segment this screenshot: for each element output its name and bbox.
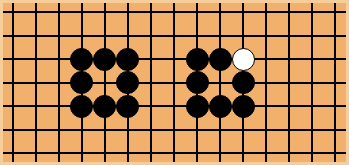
black-stone	[93, 95, 116, 118]
intersection-c4r6[interactable]	[70, 118, 93, 142]
intersection-c8r1[interactable]	[163, 3, 186, 24]
black-stone	[116, 95, 139, 118]
intersection-c3r1[interactable]	[47, 3, 70, 24]
white-stone	[232, 48, 255, 71]
intersection-c10r2[interactable]	[209, 24, 232, 48]
black-stone	[232, 95, 255, 118]
intersection-c1r6[interactable]	[3, 118, 24, 142]
intersection-c7r6[interactable]	[139, 118, 162, 142]
intersection-c6r3[interactable]	[116, 47, 139, 71]
black-stone	[70, 95, 93, 118]
intersection-c3r3[interactable]	[47, 47, 70, 71]
intersection-c1r3[interactable]	[3, 47, 24, 71]
intersection-c3r5[interactable]	[47, 94, 70, 118]
intersection-c10r3[interactable]	[209, 47, 232, 71]
intersection-c13r1[interactable]	[278, 3, 301, 24]
intersection-c11r1[interactable]	[232, 3, 255, 24]
intersection-c7r5[interactable]	[139, 94, 162, 118]
black-stone	[186, 71, 209, 94]
black-stone	[116, 71, 139, 94]
intersection-c12r6[interactable]	[255, 118, 278, 142]
intersection-c13r3[interactable]	[278, 47, 301, 71]
intersection-c5r1[interactable]	[93, 3, 116, 24]
intersection-c15r4[interactable]	[324, 71, 346, 95]
intersection-c13r6[interactable]	[278, 118, 301, 142]
intersection-c9r4[interactable]	[186, 71, 209, 95]
intersection-c9r6[interactable]	[186, 118, 209, 142]
intersection-c6r5[interactable]	[116, 94, 139, 118]
intersection-c15r2[interactable]	[324, 24, 346, 48]
intersection-c2r1[interactable]	[24, 3, 47, 24]
intersection-c2r7[interactable]	[24, 141, 47, 162]
intersection-c15r3[interactable]	[324, 47, 346, 71]
intersection-c10r5[interactable]	[209, 94, 232, 118]
intersection-c13r4[interactable]	[278, 71, 301, 95]
intersection-c8r6[interactable]	[163, 118, 186, 142]
intersection-c5r6[interactable]	[93, 118, 116, 142]
intersection-c14r5[interactable]	[301, 94, 324, 118]
intersection-c4r5[interactable]	[70, 94, 93, 118]
black-stone	[93, 48, 116, 71]
intersection-c7r2[interactable]	[139, 24, 162, 48]
intersection-c10r1[interactable]	[209, 3, 232, 24]
goban-grid	[3, 3, 346, 162]
intersection-c13r5[interactable]	[278, 94, 301, 118]
intersection-c14r2[interactable]	[301, 24, 324, 48]
go-diagram	[0, 0, 349, 165]
intersection-c9r7[interactable]	[186, 141, 209, 162]
intersection-c8r3[interactable]	[163, 47, 186, 71]
intersection-c4r2[interactable]	[70, 24, 93, 48]
intersection-c5r2[interactable]	[93, 24, 116, 48]
intersection-c2r4[interactable]	[24, 71, 47, 95]
intersection-c3r7[interactable]	[47, 141, 70, 162]
black-stone	[116, 48, 139, 71]
intersection-c11r7[interactable]	[232, 141, 255, 162]
intersection-c11r2[interactable]	[232, 24, 255, 48]
black-stone	[70, 71, 93, 94]
intersection-c4r1[interactable]	[70, 3, 93, 24]
intersection-c11r6[interactable]	[232, 118, 255, 142]
intersection-c8r5[interactable]	[163, 94, 186, 118]
intersection-c12r2[interactable]	[255, 24, 278, 48]
intersection-c1r2[interactable]	[3, 24, 24, 48]
intersection-c11r5[interactable]	[232, 94, 255, 118]
intersection-c3r6[interactable]	[47, 118, 70, 142]
intersection-c2r5[interactable]	[24, 94, 47, 118]
intersection-c5r4[interactable]	[93, 71, 116, 95]
intersection-c9r2[interactable]	[186, 24, 209, 48]
intersection-c9r3[interactable]	[186, 47, 209, 71]
intersection-c14r3[interactable]	[301, 47, 324, 71]
intersection-c6r2[interactable]	[116, 24, 139, 48]
intersection-c8r2[interactable]	[163, 24, 186, 48]
intersection-c5r3[interactable]	[93, 47, 116, 71]
intersection-c10r4[interactable]	[209, 71, 232, 95]
goban	[0, 0, 349, 165]
intersection-c2r6[interactable]	[24, 118, 47, 142]
intersection-c12r7[interactable]	[255, 141, 278, 162]
intersection-c14r4[interactable]	[301, 71, 324, 95]
intersection-c12r4[interactable]	[255, 71, 278, 95]
intersection-c4r4[interactable]	[70, 71, 93, 95]
intersection-c2r3[interactable]	[24, 47, 47, 71]
intersection-c4r3[interactable]	[70, 47, 93, 71]
intersection-c2r2[interactable]	[24, 24, 47, 48]
intersection-c7r4[interactable]	[139, 71, 162, 95]
intersection-c1r1[interactable]	[3, 3, 24, 24]
intersection-c9r5[interactable]	[186, 94, 209, 118]
intersection-c13r7[interactable]	[278, 141, 301, 162]
intersection-c7r1[interactable]	[139, 3, 162, 24]
black-stone	[186, 95, 209, 118]
intersection-c6r4[interactable]	[116, 71, 139, 95]
intersection-c14r6[interactable]	[301, 118, 324, 142]
board-surface	[3, 3, 346, 162]
intersection-c13r2[interactable]	[278, 24, 301, 48]
intersection-c15r7[interactable]	[324, 141, 346, 162]
intersection-c4r7[interactable]	[70, 141, 93, 162]
intersection-c9r1[interactable]	[186, 3, 209, 24]
intersection-c12r3[interactable]	[255, 47, 278, 71]
intersection-c1r7[interactable]	[3, 141, 24, 162]
intersection-c14r7[interactable]	[301, 141, 324, 162]
intersection-c14r1[interactable]	[301, 3, 324, 24]
intersection-c6r1[interactable]	[116, 3, 139, 24]
intersection-c15r6[interactable]	[324, 118, 346, 142]
intersection-c12r5[interactable]	[255, 94, 278, 118]
black-stone	[209, 95, 232, 118]
intersection-c7r7[interactable]	[139, 141, 162, 162]
intersection-c5r5[interactable]	[93, 94, 116, 118]
intersection-c1r5[interactable]	[3, 94, 24, 118]
intersection-c11r4[interactable]	[232, 71, 255, 95]
intersection-c12r1[interactable]	[255, 3, 278, 24]
intersection-c7r3[interactable]	[139, 47, 162, 71]
intersection-c6r7[interactable]	[116, 141, 139, 162]
intersection-c3r2[interactable]	[47, 24, 70, 48]
intersection-c8r4[interactable]	[163, 71, 186, 95]
intersection-c15r5[interactable]	[324, 94, 346, 118]
intersection-c5r7[interactable]	[93, 141, 116, 162]
black-stone	[232, 71, 255, 94]
black-stone	[209, 48, 232, 71]
black-stone	[186, 48, 209, 71]
intersection-c10r6[interactable]	[209, 118, 232, 142]
intersection-c6r6[interactable]	[116, 118, 139, 142]
intersection-c3r4[interactable]	[47, 71, 70, 95]
intersection-c15r1[interactable]	[324, 3, 346, 24]
intersection-c11r3[interactable]	[232, 47, 255, 71]
intersection-c8r7[interactable]	[163, 141, 186, 162]
intersection-c10r7[interactable]	[209, 141, 232, 162]
black-stone	[70, 48, 93, 71]
intersection-c1r4[interactable]	[3, 71, 24, 95]
